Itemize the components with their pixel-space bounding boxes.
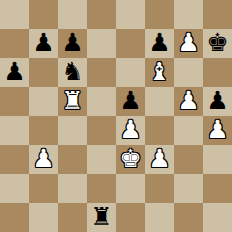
square-a2[interactable] [0,174,29,203]
white-pawn[interactable]: ♟ [119,117,141,142]
white-pawn[interactable]: ♟ [177,88,199,113]
square-h5[interactable]: ♟ [203,87,232,116]
black-pawn[interactable]: ♟ [119,88,141,113]
white-pawn[interactable]: ♟ [177,30,199,55]
square-c1[interactable] [58,203,87,232]
square-f3[interactable]: ♟ [145,145,174,174]
square-f2[interactable] [145,174,174,203]
square-b4[interactable] [29,116,58,145]
square-c4[interactable] [58,116,87,145]
square-b6[interactable] [29,58,58,87]
square-g2[interactable] [174,174,203,203]
square-d3[interactable] [87,145,116,174]
square-g5[interactable]: ♟ [174,87,203,116]
square-g4[interactable] [174,116,203,145]
square-h3[interactable] [203,145,232,174]
square-h4[interactable]: ♟ [203,116,232,145]
square-h6[interactable] [203,58,232,87]
chess-board: ♟♟♟♟♚♟♞♝♜♟♟♟♟♟♟♚♟♜ [0,0,232,232]
square-d1[interactable]: ♜ [87,203,116,232]
square-d7[interactable] [87,29,116,58]
square-c3[interactable] [58,145,87,174]
white-pawn[interactable]: ♟ [32,146,54,171]
square-g3[interactable] [174,145,203,174]
square-e1[interactable] [116,203,145,232]
square-a5[interactable] [0,87,29,116]
square-a1[interactable] [0,203,29,232]
square-a3[interactable] [0,145,29,174]
square-a4[interactable] [0,116,29,145]
square-e2[interactable] [116,174,145,203]
square-d5[interactable] [87,87,116,116]
black-king[interactable]: ♚ [206,30,228,55]
square-d4[interactable] [87,116,116,145]
white-rook[interactable]: ♜ [61,88,83,113]
black-knight[interactable]: ♞ [61,59,83,84]
square-e8[interactable] [116,0,145,29]
square-c7[interactable]: ♟ [58,29,87,58]
square-e4[interactable]: ♟ [116,116,145,145]
square-h8[interactable] [203,0,232,29]
square-f6[interactable]: ♝ [145,58,174,87]
square-d8[interactable] [87,0,116,29]
black-pawn[interactable]: ♟ [61,30,83,55]
square-a8[interactable] [0,0,29,29]
black-rook[interactable]: ♜ [90,204,112,229]
black-pawn[interactable]: ♟ [32,30,54,55]
black-pawn[interactable]: ♟ [3,59,25,84]
square-g8[interactable] [174,0,203,29]
square-d6[interactable] [87,58,116,87]
white-pawn[interactable]: ♟ [148,146,170,171]
square-c2[interactable] [58,174,87,203]
square-f4[interactable] [145,116,174,145]
square-d2[interactable] [87,174,116,203]
white-king[interactable]: ♚ [119,146,141,171]
square-c5[interactable]: ♜ [58,87,87,116]
black-pawn[interactable]: ♟ [148,30,170,55]
square-h7[interactable]: ♚ [203,29,232,58]
square-e6[interactable] [116,58,145,87]
square-b3[interactable]: ♟ [29,145,58,174]
square-a6[interactable]: ♟ [0,58,29,87]
square-e3[interactable]: ♚ [116,145,145,174]
square-c6[interactable]: ♞ [58,58,87,87]
square-e7[interactable] [116,29,145,58]
square-f5[interactable] [145,87,174,116]
white-pawn[interactable]: ♟ [206,117,228,142]
square-h1[interactable] [203,203,232,232]
square-b7[interactable]: ♟ [29,29,58,58]
square-f8[interactable] [145,0,174,29]
square-h2[interactable] [203,174,232,203]
square-b8[interactable] [29,0,58,29]
square-b2[interactable] [29,174,58,203]
black-pawn[interactable]: ♟ [206,88,228,113]
white-bishop[interactable]: ♝ [148,59,170,84]
square-a7[interactable] [0,29,29,58]
square-g6[interactable] [174,58,203,87]
square-g1[interactable] [174,203,203,232]
square-g7[interactable]: ♟ [174,29,203,58]
square-f7[interactable]: ♟ [145,29,174,58]
square-e5[interactable]: ♟ [116,87,145,116]
square-f1[interactable] [145,203,174,232]
square-c8[interactable] [58,0,87,29]
square-b5[interactable] [29,87,58,116]
square-b1[interactable] [29,203,58,232]
